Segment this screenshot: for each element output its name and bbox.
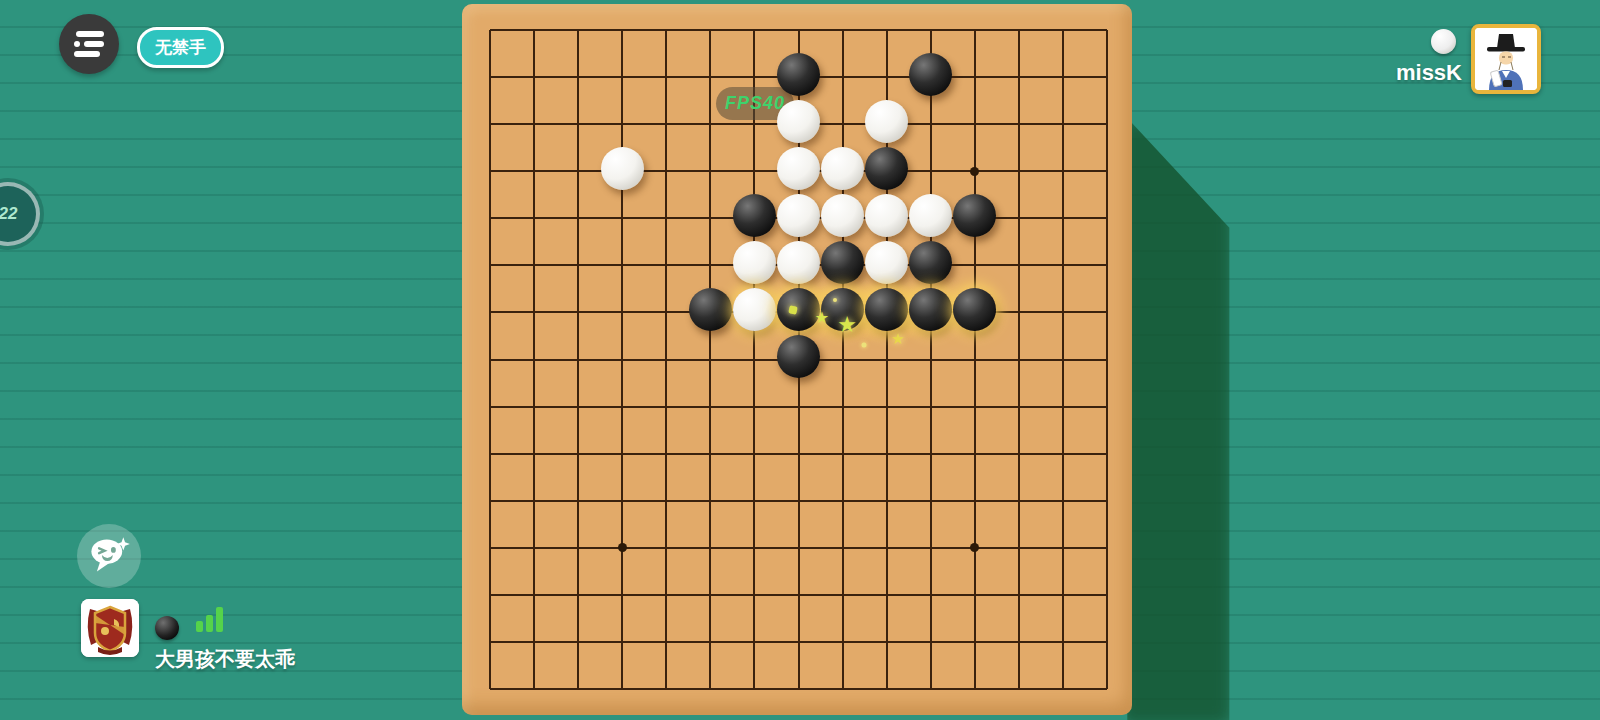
grid-line-h <box>490 547 1107 549</box>
black-stone <box>909 53 952 96</box>
star-sparkle-icon: ★ <box>815 310 829 326</box>
black-stone-indicator <box>155 616 179 640</box>
white-stone <box>601 147 644 190</box>
star-sparkle-icon: ★ <box>891 331 904 346</box>
white-stone <box>865 241 908 284</box>
white-player-avatar[interactable] <box>1471 24 1541 94</box>
white-stone <box>733 288 776 331</box>
emoji-chat-button[interactable] <box>77 524 141 588</box>
white-stone <box>777 147 820 190</box>
white-stone <box>865 100 908 143</box>
goban[interactable]: FPS40 ★ ★ ★ <box>462 4 1132 715</box>
signal-bars-icon <box>196 606 230 632</box>
square-sparkle-icon <box>788 305 797 314</box>
white-stone <box>909 194 952 237</box>
white-stone <box>777 194 820 237</box>
grid-line-v <box>930 30 932 689</box>
hamburger-icon <box>74 31 104 57</box>
white-stone <box>777 100 820 143</box>
white-stone <box>777 241 820 284</box>
white-stone <box>821 147 864 190</box>
star-point <box>618 543 627 552</box>
grid-line-v <box>974 30 976 689</box>
black-stone <box>777 53 820 96</box>
black-stone <box>777 288 820 331</box>
grid-line-h <box>490 688 1107 690</box>
grid-line-v <box>1062 30 1064 689</box>
black-stone <box>733 194 776 237</box>
black-player-name: 大男孩不要太乖 <box>155 646 415 673</box>
rule-badge: 无禁手 <box>137 27 224 68</box>
grid-line-v <box>1106 30 1108 689</box>
white-stone <box>733 241 776 284</box>
black-stone <box>953 288 996 331</box>
star-point <box>970 543 979 552</box>
menu-button[interactable] <box>59 14 119 74</box>
grid-line-h <box>490 641 1107 643</box>
black-player-avatar[interactable] <box>81 599 139 657</box>
black-stone <box>865 288 908 331</box>
black-stone <box>777 335 820 378</box>
scholar-avatar-icon <box>1475 28 1537 90</box>
black-stone <box>909 241 952 284</box>
dot-sparkle-icon <box>862 343 867 348</box>
rule-badge-label: 无禁手 <box>155 36 206 59</box>
white-player-name: missK <box>1330 60 1462 86</box>
grid-line-h <box>490 594 1107 596</box>
black-stone <box>953 194 996 237</box>
board-grid[interactable] <box>462 4 1132 715</box>
grid-line-v <box>842 30 844 689</box>
grid-line-v <box>1018 30 1020 689</box>
black-stone <box>689 288 732 331</box>
chat-bubble-wink-icon <box>87 534 131 578</box>
black-stone <box>909 288 952 331</box>
grid-line-h <box>490 406 1107 408</box>
black-stone <box>865 147 908 190</box>
white-stone-indicator <box>1431 29 1456 54</box>
timer-circle: 22 <box>0 182 40 246</box>
game-screen: FPS40 ★ ★ ★ 无禁手 22 <box>0 0 1600 720</box>
board-shadow <box>1118 118 1234 720</box>
fps-label: FPS40 <box>725 93 785 114</box>
white-stone <box>865 194 908 237</box>
crest-avatar-icon <box>81 599 139 657</box>
white-stone <box>821 194 864 237</box>
star-sparkle-icon: ★ <box>837 314 857 336</box>
grid-line-h <box>490 453 1107 455</box>
grid-line-h <box>490 500 1107 502</box>
black-stone <box>821 241 864 284</box>
timer-value: 22 <box>0 204 17 224</box>
star-point <box>970 167 979 176</box>
dot-sparkle-icon <box>833 298 837 302</box>
